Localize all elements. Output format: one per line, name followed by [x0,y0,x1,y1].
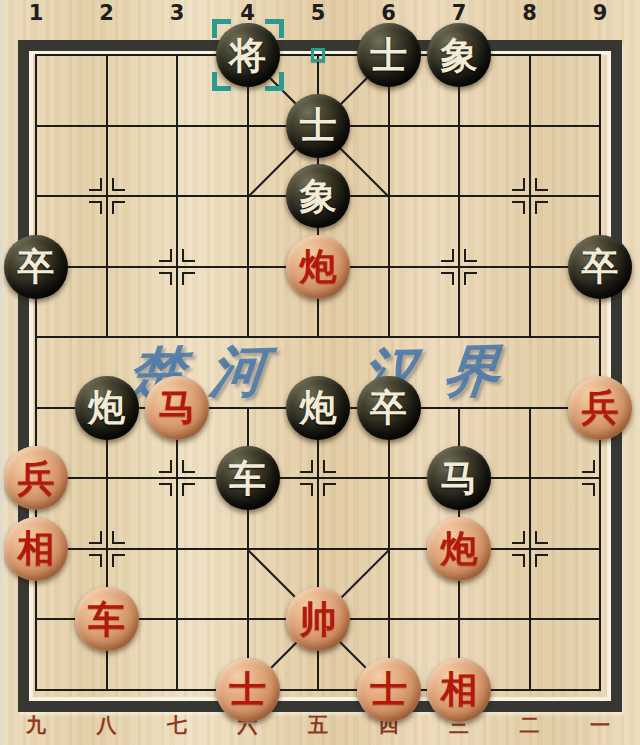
grid-line [176,407,178,691]
point-marker [159,249,172,262]
point-marker [323,483,336,496]
point-marker [112,178,125,191]
file-label-top: 7 [441,1,477,25]
red-advisor[interactable]: 士 [216,658,280,722]
point-marker [464,272,477,285]
red-cannon[interactable]: 炮 [427,517,491,581]
file-label-bottom: 八 [89,712,125,739]
red-elephant[interactable]: 相 [4,517,68,581]
point-marker [582,483,595,496]
file-label-top: 9 [582,1,618,25]
point-marker [512,178,525,191]
point-marker [112,531,125,544]
black-horse[interactable]: 马 [427,446,491,510]
black-chariot[interactable]: 车 [216,446,280,510]
point-marker [159,272,172,285]
point-marker [89,201,102,214]
window-edge [0,0,4,745]
black-soldier[interactable]: 卒 [4,235,68,299]
file-label-top: 5 [300,1,336,25]
red-chariot[interactable]: 车 [75,587,139,651]
black-advisor[interactable]: 士 [286,94,350,158]
file-label-top: 8 [512,1,548,25]
grid-line [529,407,531,691]
file-label-bottom: 二 [512,712,548,739]
red-general[interactable]: 帅 [286,587,350,651]
point-marker [159,460,172,473]
point-marker [512,554,525,567]
red-soldier[interactable]: 兵 [568,376,632,440]
last-move-origin-marker [311,48,325,62]
file-label-bottom: 一 [582,712,618,739]
point-marker [182,483,195,496]
grid-line [106,54,108,338]
point-marker [89,554,102,567]
point-marker [441,272,454,285]
file-label-bottom: 五 [300,712,336,739]
point-marker [300,460,313,473]
grid-line [35,54,37,691]
xiangqi-board-screenshot: 123456789 楚河 汉界 将士象士象卒炮卒炮马炮卒兵兵车马相炮车帅士士相 … [0,0,640,745]
point-marker [512,531,525,544]
point-marker [112,554,125,567]
point-marker [182,272,195,285]
black-elephant[interactable]: 象 [286,164,350,228]
point-marker [300,483,313,496]
point-marker [535,178,548,191]
black-elephant[interactable]: 象 [427,23,491,87]
point-marker [441,249,454,262]
file-label-top: 6 [371,1,407,25]
black-cannon[interactable]: 炮 [75,376,139,440]
black-cannon[interactable]: 炮 [286,376,350,440]
point-marker [464,249,477,262]
point-marker [535,531,548,544]
point-marker [323,460,336,473]
file-label-top: 3 [159,1,195,25]
file-label-bottom: 九 [18,712,54,739]
point-marker [159,483,172,496]
black-soldier[interactable]: 卒 [357,376,421,440]
red-cannon[interactable]: 炮 [286,235,350,299]
red-elephant[interactable]: 相 [427,658,491,722]
point-marker [182,249,195,262]
grid-line [599,54,601,691]
point-marker [89,178,102,191]
black-general[interactable]: 将 [216,23,280,87]
black-soldier[interactable]: 卒 [568,235,632,299]
file-label-top: 1 [18,1,54,25]
red-horse[interactable]: 马 [145,376,209,440]
file-label-bottom: 七 [159,712,195,739]
point-marker [182,460,195,473]
file-label-top: 2 [89,1,125,25]
red-soldier[interactable]: 兵 [4,446,68,510]
point-marker [535,201,548,214]
black-advisor[interactable]: 士 [357,23,421,87]
grid-line [458,54,460,338]
point-marker [89,531,102,544]
point-marker [535,554,548,567]
point-marker [582,460,595,473]
point-marker [512,201,525,214]
red-advisor[interactable]: 士 [357,658,421,722]
grid-line [176,54,178,338]
grid-line [529,54,531,338]
point-marker [112,201,125,214]
